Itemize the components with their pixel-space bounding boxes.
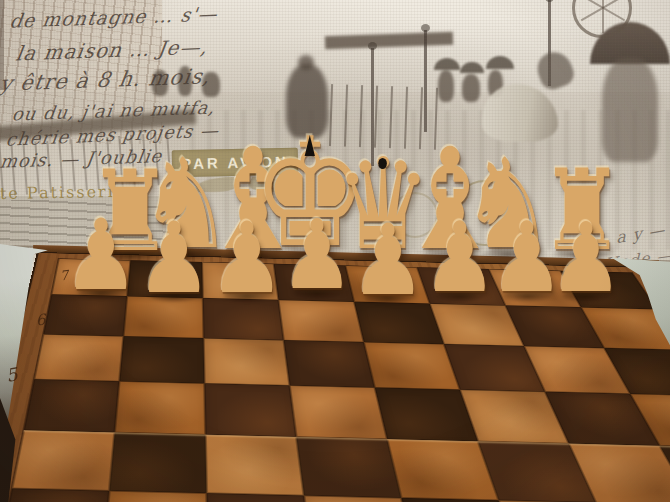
square-e8 <box>345 266 429 304</box>
square-b4 <box>109 432 206 493</box>
chess-board-frame <box>0 252 670 502</box>
square-c8 <box>202 262 278 300</box>
board-tilt-wrapper <box>0 0 670 502</box>
square-c7 <box>203 298 284 340</box>
square-b3 <box>103 491 208 502</box>
square-a3 <box>0 488 109 502</box>
square-a6 <box>34 334 123 381</box>
square-a4 <box>12 430 115 491</box>
square-a5 <box>24 379 120 432</box>
square-c4 <box>205 435 303 496</box>
square-a8 <box>51 259 130 297</box>
square-d7 <box>278 300 363 342</box>
square-d8 <box>274 264 354 302</box>
board-perspective <box>27 252 659 502</box>
board-grid <box>0 258 670 502</box>
square-b6 <box>119 336 204 383</box>
square-d4 <box>296 437 401 498</box>
square-b8 <box>127 260 203 298</box>
square-d5 <box>290 385 388 439</box>
square-d6 <box>284 340 375 387</box>
square-a7 <box>43 294 127 336</box>
square-c3 <box>207 493 313 502</box>
square-c5 <box>204 383 296 436</box>
square-c6 <box>204 338 290 385</box>
square-b5 <box>115 381 206 434</box>
square-b7 <box>123 296 203 338</box>
